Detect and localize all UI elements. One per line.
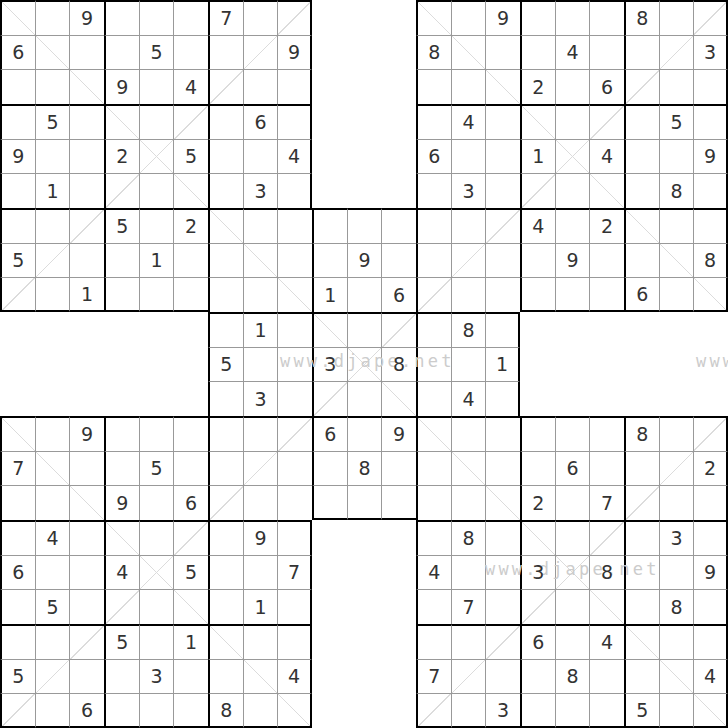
cell-r2c13[interactable]: 8	[416, 35, 451, 70]
cell-r7c6[interactable]: 2	[173, 208, 208, 243]
cell-r10c12[interactable]	[381, 312, 416, 347]
cell-r13c16[interactable]	[520, 416, 555, 451]
cell-r13c10[interactable]: 6	[312, 416, 347, 451]
cell-r17c5[interactable]	[139, 555, 174, 590]
cell-r20c14[interactable]	[451, 659, 486, 694]
cell-r14c3[interactable]	[69, 451, 104, 486]
cell-r15c8[interactable]	[243, 485, 278, 520]
cell-r3c4[interactable]: 9	[104, 69, 139, 104]
cell-r4c19[interactable]	[624, 104, 659, 139]
cell-r5c19[interactable]	[624, 139, 659, 174]
cell-r17c2[interactable]	[35, 555, 70, 590]
cell-r10c8[interactable]: 1	[243, 312, 278, 347]
cell-r21c20[interactable]	[659, 693, 694, 728]
cell-r5c21[interactable]: 9	[693, 139, 728, 174]
cell-r12c14[interactable]: 4	[451, 381, 486, 416]
cell-r14c4[interactable]	[104, 451, 139, 486]
cell-r17c7[interactable]	[208, 555, 243, 590]
cell-r4c2[interactable]: 5	[35, 104, 70, 139]
cell-r12c11[interactable]	[347, 381, 382, 416]
cell-r20c13[interactable]: 7	[416, 659, 451, 694]
cell-r19c1[interactable]	[0, 624, 35, 659]
cell-r11c7[interactable]: 5	[208, 347, 243, 382]
cell-r4c7[interactable]	[208, 104, 243, 139]
cell-r5c6[interactable]: 5	[173, 139, 208, 174]
cell-r21c4[interactable]	[104, 693, 139, 728]
cell-r17c17[interactable]	[555, 555, 590, 590]
cell-r4c13[interactable]	[416, 104, 451, 139]
cell-r13c13[interactable]	[416, 416, 451, 451]
cell-r9c14[interactable]	[451, 277, 486, 312]
cell-r2c20[interactable]	[659, 35, 694, 70]
cell-r4c21[interactable]	[693, 104, 728, 139]
cell-r21c9[interactable]	[277, 693, 312, 728]
cell-r13c18[interactable]	[589, 416, 624, 451]
cell-r1c4[interactable]	[104, 0, 139, 35]
cell-r13c6[interactable]	[173, 416, 208, 451]
cell-r3c1[interactable]	[0, 69, 35, 104]
cell-r20c7[interactable]	[208, 659, 243, 694]
cell-r5c18[interactable]: 4	[589, 139, 624, 174]
cell-r13c19[interactable]: 8	[624, 416, 659, 451]
cell-r6c9[interactable]	[277, 173, 312, 208]
cell-r17c20[interactable]	[659, 555, 694, 590]
cell-r8c2[interactable]	[35, 243, 70, 278]
cell-r9c20[interactable]	[659, 277, 694, 312]
cell-r17c19[interactable]	[624, 555, 659, 590]
cell-r2c18[interactable]	[589, 35, 624, 70]
cell-r2c14[interactable]	[451, 35, 486, 70]
cell-r21c2[interactable]	[35, 693, 70, 728]
cell-r3c20[interactable]	[659, 69, 694, 104]
cell-r2c9[interactable]: 9	[277, 35, 312, 70]
cell-r1c8[interactable]	[243, 0, 278, 35]
cell-r15c11[interactable]	[347, 485, 382, 520]
cell-r3c21[interactable]	[693, 69, 728, 104]
cell-r17c4[interactable]: 4	[104, 555, 139, 590]
cell-r16c15[interactable]	[485, 520, 520, 555]
cell-r20c2[interactable]	[35, 659, 70, 694]
cell-r16c19[interactable]	[624, 520, 659, 555]
cell-r12c7[interactable]	[208, 381, 243, 416]
cell-r7c5[interactable]	[139, 208, 174, 243]
cell-r8c15[interactable]	[485, 243, 520, 278]
cell-r16c2[interactable]: 4	[35, 520, 70, 555]
cell-r16c7[interactable]	[208, 520, 243, 555]
cell-r5c16[interactable]: 1	[520, 139, 555, 174]
cell-r6c19[interactable]	[624, 173, 659, 208]
cell-r21c21[interactable]	[693, 693, 728, 728]
cell-r6c2[interactable]: 1	[35, 173, 70, 208]
cell-r11c13[interactable]	[416, 347, 451, 382]
cell-r13c7[interactable]	[208, 416, 243, 451]
cell-r8c4[interactable]	[104, 243, 139, 278]
cell-r17c15[interactable]	[485, 555, 520, 590]
cell-r13c21[interactable]	[693, 416, 728, 451]
cell-r17c13[interactable]: 4	[416, 555, 451, 590]
cell-r18c6[interactable]	[173, 589, 208, 624]
cell-r2c4[interactable]	[104, 35, 139, 70]
cell-r6c13[interactable]	[416, 173, 451, 208]
cell-r2c2[interactable]	[35, 35, 70, 70]
cell-r8c17[interactable]: 9	[555, 243, 590, 278]
cell-r4c17[interactable]	[555, 104, 590, 139]
cell-r8c21[interactable]: 8	[693, 243, 728, 278]
cell-r13c14[interactable]	[451, 416, 486, 451]
cell-r9c10[interactable]: 1	[312, 277, 347, 312]
cell-r10c7[interactable]	[208, 312, 243, 347]
cell-r7c11[interactable]	[347, 208, 382, 243]
cell-r13c15[interactable]	[485, 416, 520, 451]
cell-r14c19[interactable]	[624, 451, 659, 486]
cell-r8c19[interactable]	[624, 243, 659, 278]
cell-r3c13[interactable]	[416, 69, 451, 104]
cell-r5c7[interactable]	[208, 139, 243, 174]
cell-r21c15[interactable]: 3	[485, 693, 520, 728]
cell-r6c20[interactable]: 8	[659, 173, 694, 208]
cell-r20c18[interactable]	[589, 659, 624, 694]
cell-r8c3[interactable]	[69, 243, 104, 278]
cell-r9c13[interactable]	[416, 277, 451, 312]
cell-r9c6[interactable]	[173, 277, 208, 312]
cell-r15c15[interactable]	[485, 485, 520, 520]
cell-r3c16[interactable]: 2	[520, 69, 555, 104]
cell-r14c13[interactable]	[416, 451, 451, 486]
cell-r14c14[interactable]	[451, 451, 486, 486]
cell-r3c5[interactable]	[139, 69, 174, 104]
cell-r20c15[interactable]	[485, 659, 520, 694]
cell-r1c14[interactable]	[451, 0, 486, 35]
cell-r21c19[interactable]: 5	[624, 693, 659, 728]
cell-r18c13[interactable]	[416, 589, 451, 624]
cell-r16c20[interactable]: 3	[659, 520, 694, 555]
cell-r17c1[interactable]: 6	[0, 555, 35, 590]
cell-r10c10[interactable]	[312, 312, 347, 347]
cell-r18c7[interactable]	[208, 589, 243, 624]
cell-r16c5[interactable]	[139, 520, 174, 555]
cell-r19c16[interactable]: 6	[520, 624, 555, 659]
cell-r18c2[interactable]: 5	[35, 589, 70, 624]
cell-r3c18[interactable]: 6	[589, 69, 624, 104]
cell-r1c1[interactable]	[0, 0, 35, 35]
cell-r1c19[interactable]: 8	[624, 0, 659, 35]
cell-r8c12[interactable]	[381, 243, 416, 278]
cell-r14c7[interactable]	[208, 451, 243, 486]
cell-r7c9[interactable]	[277, 208, 312, 243]
cell-r9c16[interactable]	[520, 277, 555, 312]
cell-r7c13[interactable]	[416, 208, 451, 243]
cell-r11c10[interactable]: 3	[312, 347, 347, 382]
cell-r6c7[interactable]	[208, 173, 243, 208]
cell-r12c10[interactable]	[312, 381, 347, 416]
cell-r13c17[interactable]	[555, 416, 590, 451]
cell-r9c5[interactable]	[139, 277, 174, 312]
cell-r7c8[interactable]	[243, 208, 278, 243]
cell-r20c9[interactable]: 4	[277, 659, 312, 694]
cell-r10c15[interactable]	[485, 312, 520, 347]
cell-r4c18[interactable]	[589, 104, 624, 139]
cell-r10c11[interactable]	[347, 312, 382, 347]
cell-r13c11[interactable]	[347, 416, 382, 451]
cell-r21c3[interactable]: 6	[69, 693, 104, 728]
cell-r21c8[interactable]	[243, 693, 278, 728]
cell-r9c7[interactable]	[208, 277, 243, 312]
cell-r9c17[interactable]	[555, 277, 590, 312]
cell-r2c21[interactable]: 3	[693, 35, 728, 70]
cell-r4c1[interactable]	[0, 104, 35, 139]
cell-r20c8[interactable]	[243, 659, 278, 694]
cell-r3c19[interactable]	[624, 69, 659, 104]
cell-r15c7[interactable]	[208, 485, 243, 520]
cell-r5c5[interactable]	[139, 139, 174, 174]
cell-r5c20[interactable]	[659, 139, 694, 174]
cell-r7c10[interactable]	[312, 208, 347, 243]
cell-r6c15[interactable]	[485, 173, 520, 208]
cell-r15c9[interactable]	[277, 485, 312, 520]
cell-r18c3[interactable]	[69, 589, 104, 624]
cell-r17c16[interactable]: 3	[520, 555, 555, 590]
cell-r17c14[interactable]	[451, 555, 486, 590]
cell-r15c17[interactable]	[555, 485, 590, 520]
cell-r6c17[interactable]	[555, 173, 590, 208]
cell-r19c17[interactable]	[555, 624, 590, 659]
cell-r6c5[interactable]	[139, 173, 174, 208]
cell-r13c9[interactable]	[277, 416, 312, 451]
cell-r1c7[interactable]: 7	[208, 0, 243, 35]
cell-r16c4[interactable]	[104, 520, 139, 555]
cell-r15c3[interactable]	[69, 485, 104, 520]
cell-r13c20[interactable]	[659, 416, 694, 451]
cell-r14c11[interactable]: 8	[347, 451, 382, 486]
cell-r14c16[interactable]	[520, 451, 555, 486]
cell-r9c2[interactable]	[35, 277, 70, 312]
cell-r9c12[interactable]: 6	[381, 277, 416, 312]
cell-r17c21[interactable]: 9	[693, 555, 728, 590]
cell-r2c8[interactable]	[243, 35, 278, 70]
cell-r21c14[interactable]	[451, 693, 486, 728]
cell-r10c14[interactable]: 8	[451, 312, 486, 347]
cell-r4c8[interactable]: 6	[243, 104, 278, 139]
cell-r19c20[interactable]	[659, 624, 694, 659]
cell-r9c9[interactable]	[277, 277, 312, 312]
cell-r20c6[interactable]	[173, 659, 208, 694]
cell-r5c4[interactable]: 2	[104, 139, 139, 174]
cell-r1c6[interactable]	[173, 0, 208, 35]
cell-r2c17[interactable]: 4	[555, 35, 590, 70]
cell-r3c15[interactable]	[485, 69, 520, 104]
cell-r6c14[interactable]: 3	[451, 173, 486, 208]
cell-r18c20[interactable]: 8	[659, 589, 694, 624]
cell-r7c20[interactable]	[659, 208, 694, 243]
cell-r14c1[interactable]: 7	[0, 451, 35, 486]
cell-r13c8[interactable]	[243, 416, 278, 451]
cell-r4c9[interactable]	[277, 104, 312, 139]
cell-r9c3[interactable]: 1	[69, 277, 104, 312]
cell-r16c16[interactable]	[520, 520, 555, 555]
cell-r8c1[interactable]: 5	[0, 243, 35, 278]
cell-r7c3[interactable]	[69, 208, 104, 243]
cell-r13c2[interactable]	[35, 416, 70, 451]
cell-r16c3[interactable]	[69, 520, 104, 555]
cell-r2c5[interactable]: 5	[139, 35, 174, 70]
cell-r13c12[interactable]: 9	[381, 416, 416, 451]
cell-r15c6[interactable]: 6	[173, 485, 208, 520]
cell-r9c8[interactable]	[243, 277, 278, 312]
cell-r15c18[interactable]: 7	[589, 485, 624, 520]
cell-r21c17[interactable]	[555, 693, 590, 728]
cell-r1c5[interactable]	[139, 0, 174, 35]
cell-r8c20[interactable]	[659, 243, 694, 278]
cell-r18c19[interactable]	[624, 589, 659, 624]
cell-r8c11[interactable]: 9	[347, 243, 382, 278]
cell-r5c13[interactable]: 6	[416, 139, 451, 174]
cell-r19c5[interactable]	[139, 624, 174, 659]
cell-r7c7[interactable]	[208, 208, 243, 243]
cell-r11c11[interactable]	[347, 347, 382, 382]
cell-r21c16[interactable]	[520, 693, 555, 728]
cell-r21c6[interactable]	[173, 693, 208, 728]
cell-r19c3[interactable]	[69, 624, 104, 659]
cell-r19c15[interactable]	[485, 624, 520, 659]
cell-r1c3[interactable]: 9	[69, 0, 104, 35]
cell-r2c16[interactable]	[520, 35, 555, 70]
cell-r15c10[interactable]	[312, 485, 347, 520]
cell-r20c21[interactable]: 4	[693, 659, 728, 694]
cell-r21c7[interactable]: 8	[208, 693, 243, 728]
cell-r8c13[interactable]	[416, 243, 451, 278]
cell-r3c7[interactable]	[208, 69, 243, 104]
cell-r18c1[interactable]	[0, 589, 35, 624]
cell-r8c6[interactable]	[173, 243, 208, 278]
cell-r15c13[interactable]	[416, 485, 451, 520]
cell-r1c13[interactable]	[416, 0, 451, 35]
cell-r9c21[interactable]	[693, 277, 728, 312]
cell-r16c9[interactable]	[277, 520, 312, 555]
cell-r21c13[interactable]	[416, 693, 451, 728]
cell-r14c10[interactable]	[312, 451, 347, 486]
cell-r14c9[interactable]	[277, 451, 312, 486]
cell-r6c6[interactable]	[173, 173, 208, 208]
cell-r9c11[interactable]	[347, 277, 382, 312]
cell-r20c16[interactable]	[520, 659, 555, 694]
cell-r8c8[interactable]	[243, 243, 278, 278]
cell-r15c20[interactable]	[659, 485, 694, 520]
cell-r4c16[interactable]	[520, 104, 555, 139]
cell-r7c15[interactable]	[485, 208, 520, 243]
cell-r4c3[interactable]	[69, 104, 104, 139]
cell-r9c18[interactable]	[589, 277, 624, 312]
cell-r6c16[interactable]	[520, 173, 555, 208]
cell-r6c18[interactable]	[589, 173, 624, 208]
cell-r8c18[interactable]	[589, 243, 624, 278]
cell-r6c1[interactable]	[0, 173, 35, 208]
cell-r17c6[interactable]: 5	[173, 555, 208, 590]
cell-r3c14[interactable]	[451, 69, 486, 104]
cell-r5c1[interactable]: 9	[0, 139, 35, 174]
cell-r6c3[interactable]	[69, 173, 104, 208]
cell-r20c19[interactable]	[624, 659, 659, 694]
cell-r8c5[interactable]: 1	[139, 243, 174, 278]
cell-r16c6[interactable]	[173, 520, 208, 555]
cell-r11c14[interactable]	[451, 347, 486, 382]
cell-r5c8[interactable]	[243, 139, 278, 174]
cell-r10c13[interactable]	[416, 312, 451, 347]
cell-r4c4[interactable]	[104, 104, 139, 139]
cell-r18c9[interactable]	[277, 589, 312, 624]
cell-r14c21[interactable]: 2	[693, 451, 728, 486]
cell-r15c2[interactable]	[35, 485, 70, 520]
cell-r6c21[interactable]	[693, 173, 728, 208]
cell-r2c3[interactable]	[69, 35, 104, 70]
cell-r16c17[interactable]	[555, 520, 590, 555]
cell-r18c16[interactable]	[520, 589, 555, 624]
cell-r7c4[interactable]: 5	[104, 208, 139, 243]
cell-r14c17[interactable]: 6	[555, 451, 590, 486]
cell-r19c6[interactable]: 1	[173, 624, 208, 659]
cell-r7c14[interactable]	[451, 208, 486, 243]
cell-r18c15[interactable]	[485, 589, 520, 624]
cell-r17c8[interactable]	[243, 555, 278, 590]
cell-r17c18[interactable]: 8	[589, 555, 624, 590]
cell-r19c14[interactable]	[451, 624, 486, 659]
cell-r19c2[interactable]	[35, 624, 70, 659]
cell-r4c15[interactable]	[485, 104, 520, 139]
cell-r6c4[interactable]	[104, 173, 139, 208]
cell-r8c7[interactable]	[208, 243, 243, 278]
cell-r8c10[interactable]	[312, 243, 347, 278]
cell-r19c4[interactable]: 5	[104, 624, 139, 659]
cell-r9c15[interactable]	[485, 277, 520, 312]
cell-r14c5[interactable]: 5	[139, 451, 174, 486]
cell-r7c1[interactable]	[0, 208, 35, 243]
cell-r13c3[interactable]: 9	[69, 416, 104, 451]
cell-r9c1[interactable]	[0, 277, 35, 312]
cell-r7c21[interactable]	[693, 208, 728, 243]
cell-r4c6[interactable]	[173, 104, 208, 139]
cell-r18c18[interactable]	[589, 589, 624, 624]
cell-r1c16[interactable]	[520, 0, 555, 35]
cell-r15c16[interactable]: 2	[520, 485, 555, 520]
cell-r1c20[interactable]	[659, 0, 694, 35]
cell-r18c8[interactable]: 1	[243, 589, 278, 624]
cell-r15c12[interactable]	[381, 485, 416, 520]
cell-r7c16[interactable]: 4	[520, 208, 555, 243]
cell-r19c9[interactable]	[277, 624, 312, 659]
cell-r19c21[interactable]	[693, 624, 728, 659]
cell-r1c17[interactable]	[555, 0, 590, 35]
cell-r5c9[interactable]: 4	[277, 139, 312, 174]
cell-r9c4[interactable]	[104, 277, 139, 312]
cell-r15c21[interactable]	[693, 485, 728, 520]
cell-r16c14[interactable]: 8	[451, 520, 486, 555]
cell-r7c18[interactable]: 2	[589, 208, 624, 243]
cell-r10c9[interactable]	[277, 312, 312, 347]
cell-r18c21[interactable]	[693, 589, 728, 624]
cell-r12c8[interactable]: 3	[243, 381, 278, 416]
cell-r16c21[interactable]	[693, 520, 728, 555]
cell-r12c12[interactable]	[381, 381, 416, 416]
cell-r1c21[interactable]	[693, 0, 728, 35]
cell-r18c4[interactable]	[104, 589, 139, 624]
cell-r16c13[interactable]	[416, 520, 451, 555]
cell-r14c15[interactable]	[485, 451, 520, 486]
cell-r12c13[interactable]	[416, 381, 451, 416]
cell-r2c15[interactable]	[485, 35, 520, 70]
cell-r18c5[interactable]	[139, 589, 174, 624]
cell-r5c17[interactable]	[555, 139, 590, 174]
cell-r4c20[interactable]: 5	[659, 104, 694, 139]
cell-r2c6[interactable]	[173, 35, 208, 70]
